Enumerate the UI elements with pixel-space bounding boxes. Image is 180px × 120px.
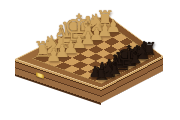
pieces-layer: ♜♞♝♛♚♝♞♜♟♟♟♟♟♟♟♟♟♟♟♟♟♟♟♟♜♞♝♛♚♝♞♜ (0, 0, 180, 120)
chess-set-photo: ♜♞♝♛♚♝♞♜♟♟♟♟♟♟♟♟♟♟♟♟♟♟♟♟♜♞♝♛♚♝♞♜ (0, 0, 180, 120)
piece-black-rook[interactable]: ♜ (141, 41, 157, 59)
piece-white-pawn[interactable]: ♟ (106, 18, 121, 35)
